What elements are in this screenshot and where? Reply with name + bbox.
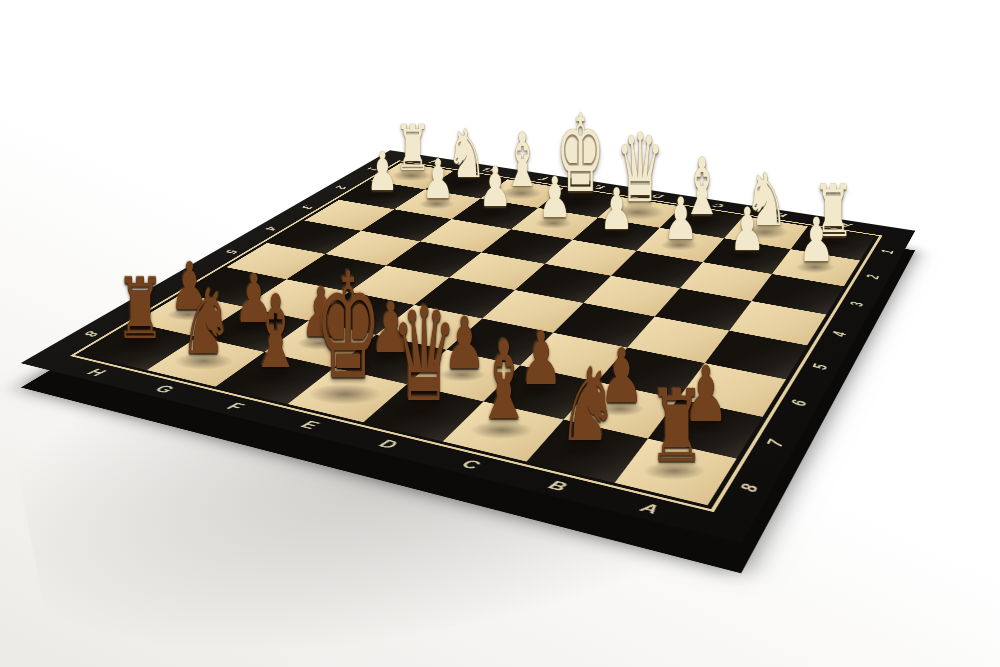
black-rook-glyph: ♜ — [648, 377, 706, 477]
black-bishop-glyph: ♝ — [249, 282, 302, 383]
white-pawn-glyph: ♟ — [663, 190, 698, 248]
chess-set-photo-scene: HH11GG22FF33EE44DD55CC66BB77AA88 ♜♞♝♛♚♝♞… — [0, 0, 1000, 667]
white-pawn-glyph: ♟ — [422, 153, 454, 207]
white-pawn-glyph: ♟ — [538, 171, 572, 227]
black-rook-glyph: ♜ — [116, 266, 165, 350]
black-queen-glyph: ♛ — [391, 289, 457, 419]
black-knight-glyph: ♞ — [179, 277, 233, 367]
white-pawn-glyph: ♟ — [599, 180, 633, 237]
white-pawn-glyph: ♟ — [479, 162, 512, 217]
black-bishop-glyph: ♝ — [476, 328, 533, 436]
pieces-layer: ♜♞♝♛♚♝♞♜♟♟♟♟♟♟♟♟♟♟♟♟♟♟♟♟♜♞♝♛♚♝♞♜ — [0, 0, 1000, 667]
black-knight-glyph: ♞ — [558, 355, 619, 457]
white-pawn-glyph: ♟ — [366, 145, 398, 198]
white-pawn-glyph: ♟ — [730, 200, 766, 260]
black-king-glyph: ♚ — [315, 256, 382, 402]
white-pawn-glyph: ♟ — [798, 210, 834, 271]
